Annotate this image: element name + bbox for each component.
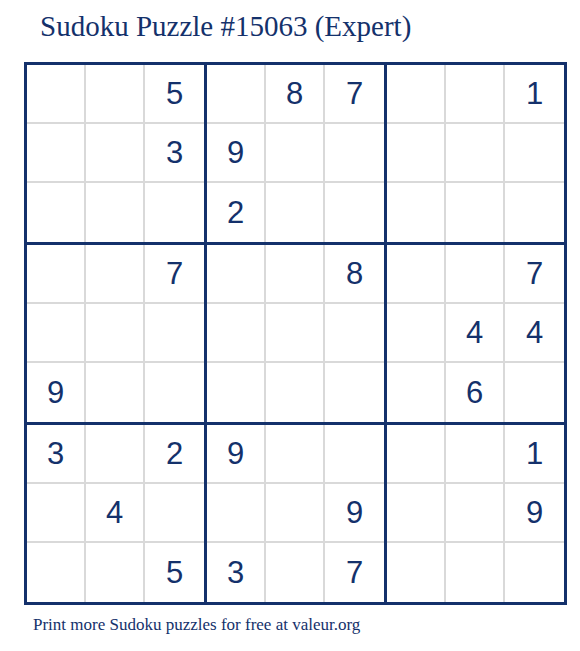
cell-r5c4[interactable]: [207, 304, 266, 363]
cell-r9c3[interactable]: 5: [145, 543, 204, 602]
box-3-2: 9937: [207, 425, 387, 602]
cell-r7c9[interactable]: 1: [505, 425, 564, 484]
cell-r1c1[interactable]: [27, 65, 86, 124]
cell-r7c3[interactable]: 2: [145, 425, 204, 484]
cell-r8c2[interactable]: 4: [86, 484, 145, 543]
cell-r9c5[interactable]: [266, 543, 325, 602]
cell-r4c1[interactable]: [27, 245, 86, 304]
cell-r1c5[interactable]: 8: [266, 65, 325, 124]
cell-r9c1[interactable]: [27, 543, 86, 602]
cell-r8c3[interactable]: [145, 484, 204, 543]
cell-r1c8[interactable]: [446, 65, 505, 124]
box-1-2: 8792: [207, 65, 387, 245]
cell-r4c6[interactable]: 8: [325, 245, 384, 304]
sudoku-page: Sudoku Puzzle #15063 (Expert) 5387921798…: [0, 0, 580, 651]
cell-r3c8[interactable]: [446, 183, 505, 242]
cell-r1c3[interactable]: 5: [145, 65, 204, 124]
cell-r1c6[interactable]: 7: [325, 65, 384, 124]
cell-r6c6[interactable]: [325, 363, 384, 422]
cell-r3c1[interactable]: [27, 183, 86, 242]
cell-r7c6[interactable]: [325, 425, 384, 484]
cell-r7c5[interactable]: [266, 425, 325, 484]
cell-r2c3[interactable]: 3: [145, 124, 204, 183]
cell-r9c7[interactable]: [387, 543, 446, 602]
cell-r4c2[interactable]: [86, 245, 145, 304]
cell-r6c7[interactable]: [387, 363, 446, 422]
box-3-1: 3245: [27, 425, 207, 602]
cell-r7c8[interactable]: [446, 425, 505, 484]
cell-r2c2[interactable]: [86, 124, 145, 183]
cell-r3c9[interactable]: [505, 183, 564, 242]
cell-r2c9[interactable]: [505, 124, 564, 183]
cell-r6c5[interactable]: [266, 363, 325, 422]
cell-r7c1[interactable]: 3: [27, 425, 86, 484]
cell-r3c6[interactable]: [325, 183, 384, 242]
cell-r4c9[interactable]: 7: [505, 245, 564, 304]
cell-r8c7[interactable]: [387, 484, 446, 543]
cell-r6c8[interactable]: 6: [446, 363, 505, 422]
cell-r7c2[interactable]: [86, 425, 145, 484]
box-3-3: 19: [387, 425, 564, 602]
cell-r1c2[interactable]: [86, 65, 145, 124]
cell-r4c3[interactable]: 7: [145, 245, 204, 304]
cell-r2c5[interactable]: [266, 124, 325, 183]
cell-r1c9[interactable]: 1: [505, 65, 564, 124]
cell-r6c2[interactable]: [86, 363, 145, 422]
cell-r8c6[interactable]: 9: [325, 484, 384, 543]
cell-r1c7[interactable]: [387, 65, 446, 124]
cell-r9c8[interactable]: [446, 543, 505, 602]
box-2-1: 79: [27, 245, 207, 425]
cell-r6c9[interactable]: [505, 363, 564, 422]
page-title: Sudoku Puzzle #15063 (Expert): [40, 10, 411, 43]
cell-r2c8[interactable]: [446, 124, 505, 183]
cell-r6c1[interactable]: 9: [27, 363, 86, 422]
cell-r6c3[interactable]: [145, 363, 204, 422]
cell-r9c2[interactable]: [86, 543, 145, 602]
cell-r5c8[interactable]: 4: [446, 304, 505, 363]
box-2-3: 7446: [387, 245, 564, 425]
cell-r5c7[interactable]: [387, 304, 446, 363]
cell-r8c8[interactable]: [446, 484, 505, 543]
cell-r1c4[interactable]: [207, 65, 266, 124]
cell-r2c1[interactable]: [27, 124, 86, 183]
cell-r8c4[interactable]: [207, 484, 266, 543]
sudoku-board: 538792179874463245993719: [24, 62, 567, 605]
cell-r5c5[interactable]: [266, 304, 325, 363]
cell-r3c3[interactable]: [145, 183, 204, 242]
cell-r7c7[interactable]: [387, 425, 446, 484]
cell-r4c8[interactable]: [446, 245, 505, 304]
cell-r8c1[interactable]: [27, 484, 86, 543]
cell-r5c2[interactable]: [86, 304, 145, 363]
box-1-3: 1: [387, 65, 564, 245]
cell-r3c7[interactable]: [387, 183, 446, 242]
footer-text: Print more Sudoku puzzles for free at va…: [33, 615, 360, 635]
cell-r5c6[interactable]: [325, 304, 384, 363]
cell-r2c7[interactable]: [387, 124, 446, 183]
cell-r4c5[interactable]: [266, 245, 325, 304]
cell-r3c2[interactable]: [86, 183, 145, 242]
box-2-2: 8: [207, 245, 387, 425]
cell-r3c5[interactable]: [266, 183, 325, 242]
cell-r3c4[interactable]: 2: [207, 183, 266, 242]
cell-r9c9[interactable]: [505, 543, 564, 602]
cell-r8c5[interactable]: [266, 484, 325, 543]
cell-r5c9[interactable]: 4: [505, 304, 564, 363]
cell-r7c4[interactable]: 9: [207, 425, 266, 484]
cell-r4c7[interactable]: [387, 245, 446, 304]
box-1-1: 53: [27, 65, 207, 245]
cell-r8c9[interactable]: 9: [505, 484, 564, 543]
cell-r2c6[interactable]: [325, 124, 384, 183]
cell-r5c3[interactable]: [145, 304, 204, 363]
cell-r4c4[interactable]: [207, 245, 266, 304]
cell-r9c6[interactable]: 7: [325, 543, 384, 602]
cell-r9c4[interactable]: 3: [207, 543, 266, 602]
cell-r6c4[interactable]: [207, 363, 266, 422]
cell-r2c4[interactable]: 9: [207, 124, 266, 183]
cell-r5c1[interactable]: [27, 304, 86, 363]
